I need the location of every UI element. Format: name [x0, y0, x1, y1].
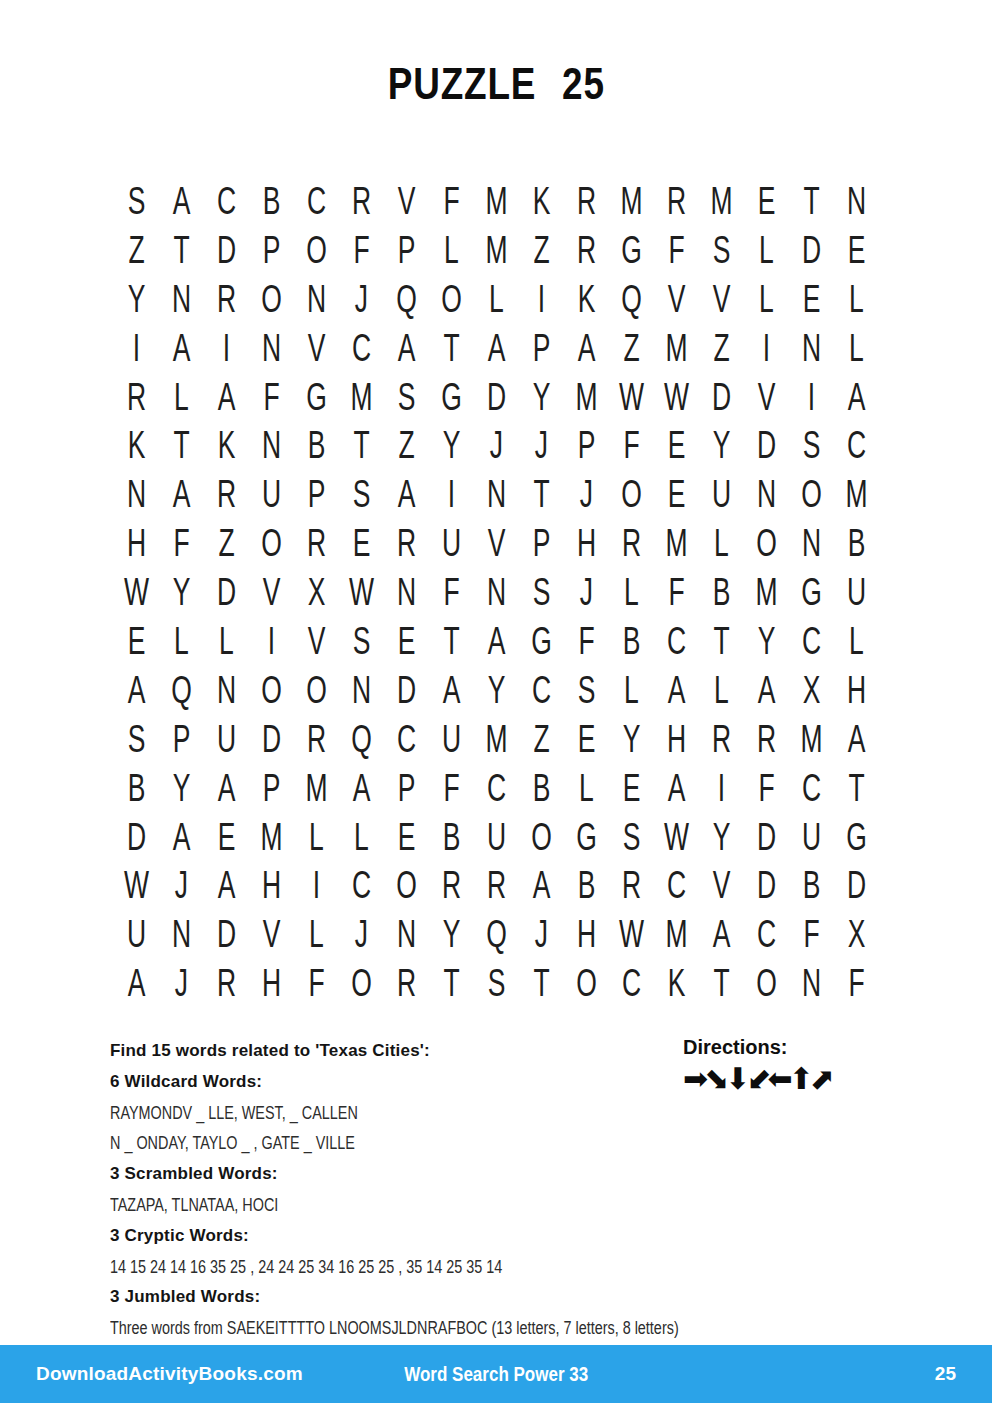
grid-cell-r7c7: A: [391, 469, 422, 518]
grid-cell-r1c2: A: [166, 176, 197, 225]
grid-cell-r7c13: E: [661, 469, 692, 518]
grid-cell-r17c9: S: [481, 958, 512, 1007]
grid-cell-r4c13: M: [661, 323, 692, 372]
grid-cell-r10c17: L: [841, 616, 872, 665]
grid-cell-r11c11: S: [571, 665, 602, 714]
grid-cell-r1c15: E: [751, 176, 782, 225]
arrow-down-right-icon: ⬊: [704, 1061, 725, 1096]
grid-cell-r16c7: N: [391, 909, 422, 958]
grid-cell-r2c15: L: [751, 225, 782, 274]
grid-cell-r14c9: U: [481, 812, 512, 861]
grid-cell-r12c17: A: [841, 714, 872, 763]
grid-cell-r13c10: B: [526, 763, 557, 812]
grid-cell-r5c7: S: [391, 372, 422, 421]
grid-cell-r7c11: J: [571, 469, 602, 518]
grid-cell-r3c12: Q: [616, 274, 647, 323]
grid-cell-r12c11: E: [571, 714, 602, 763]
grid-cell-r14c15: D: [751, 812, 782, 861]
grid-cell-r6c8: Y: [436, 420, 467, 469]
grid-cell-r4c12: Z: [616, 323, 647, 372]
grid-cell-r14c11: G: [571, 812, 602, 861]
grid-cell-r3c6: J: [346, 274, 377, 323]
grid-cell-r3c9: L: [481, 274, 512, 323]
grid-cell-r15c12: R: [616, 860, 647, 909]
grid-cell-r15c11: B: [571, 860, 602, 909]
grid-cell-r2c12: G: [616, 225, 647, 274]
grid-cell-r2c2: T: [166, 225, 197, 274]
grid-cell-r6c17: C: [841, 420, 872, 469]
grid-cell-r14c17: G: [841, 812, 872, 861]
grid-cell-r9c13: F: [661, 567, 692, 616]
grid-cell-r7c5: P: [301, 469, 332, 518]
grid-cell-r14c7: E: [391, 812, 422, 861]
grid-cell-r6c1: K: [121, 420, 152, 469]
grid-cell-r15c13: C: [661, 860, 692, 909]
grid-cell-r11c1: A: [121, 665, 152, 714]
grid-cell-r8c11: H: [571, 518, 602, 567]
grid-cell-r10c10: G: [526, 616, 557, 665]
grid-cell-r4c11: A: [571, 323, 602, 372]
grid-cell-r3c14: V: [706, 274, 737, 323]
grid-cell-r9c12: L: [616, 567, 647, 616]
grid-cell-r12c16: M: [796, 714, 827, 763]
grid-cell-r6c14: Y: [706, 420, 737, 469]
grid-cell-r14c10: O: [526, 812, 557, 861]
grid-cell-r13c6: A: [346, 763, 377, 812]
grid-cell-r13c2: Y: [166, 763, 197, 812]
grid-cell-r6c10: J: [526, 420, 557, 469]
grid-cell-r2c10: Z: [526, 225, 557, 274]
grid-cell-r6c13: E: [661, 420, 692, 469]
grid-cell-r5c1: R: [121, 372, 152, 421]
grid-cell-r13c3: A: [211, 763, 242, 812]
grid-cell-r13c7: P: [391, 763, 422, 812]
grid-cell-r5c8: G: [436, 372, 467, 421]
grid-cell-r5c16: I: [796, 372, 827, 421]
grid-cell-r3c13: V: [661, 274, 692, 323]
grid-cell-r13c14: I: [706, 763, 737, 812]
grid-cell-r11c7: D: [391, 665, 422, 714]
grid-cell-r14c16: U: [796, 812, 827, 861]
grid-cell-r3c3: R: [211, 274, 242, 323]
grid-cell-r12c3: U: [211, 714, 242, 763]
page-title: PUZZLE 25: [0, 58, 992, 110]
grid-cell-r16c17: X: [841, 909, 872, 958]
grid-cell-r1c9: M: [481, 176, 512, 225]
grid-cell-r11c17: H: [841, 665, 872, 714]
grid-cell-r17c3: R: [211, 958, 242, 1007]
grid-cell-r8c3: Z: [211, 518, 242, 567]
grid-cell-r9c1: W: [121, 567, 152, 616]
grid-cell-r9c15: M: [751, 567, 782, 616]
grid-cell-r17c16: N: [796, 958, 827, 1007]
find-instruction: Find 15 words related to 'Texas Cities':: [110, 1036, 670, 1067]
grid-cell-r17c8: T: [436, 958, 467, 1007]
grid-cell-r17c11: O: [571, 958, 602, 1007]
grid-cell-r5c11: M: [571, 372, 602, 421]
grid-cell-r8c8: U: [436, 518, 467, 567]
grid-cell-r12c1: S: [121, 714, 152, 763]
grid-cell-r13c5: M: [301, 763, 332, 812]
grid-cell-r14c8: B: [436, 812, 467, 861]
grid-cell-r6c7: Z: [391, 420, 422, 469]
grid-cell-r7c17: M: [841, 469, 872, 518]
footer-book-title-wrap: Word Search Power 33: [0, 1363, 992, 1386]
grid-cell-r5c2: L: [166, 372, 197, 421]
arrow-up-icon: ⬆: [789, 1061, 810, 1096]
grid-cell-r10c4: I: [256, 616, 287, 665]
grid-cell-r16c13: M: [661, 909, 692, 958]
grid-cell-r1c3: C: [211, 176, 242, 225]
grid-cell-r2c9: M: [481, 225, 512, 274]
grid-cell-r9c14: B: [706, 567, 737, 616]
grid-cell-r14c4: M: [256, 812, 287, 861]
arrow-down-left-icon: ⬋: [746, 1061, 767, 1096]
grid-cell-r7c1: N: [121, 469, 152, 518]
grid-cell-r9c10: S: [526, 567, 557, 616]
grid-cell-r2c5: O: [301, 225, 332, 274]
grid-cell-r11c4: O: [256, 665, 287, 714]
grid-cell-r17c10: T: [526, 958, 557, 1007]
grid-cell-r10c5: V: [301, 616, 332, 665]
footer-book-title: Word Search Power 33: [404, 1363, 588, 1386]
grid-cell-r16c9: Q: [481, 909, 512, 958]
grid-cell-r16c4: V: [256, 909, 287, 958]
grid-cell-r9c7: N: [391, 567, 422, 616]
grid-cell-r2c8: L: [436, 225, 467, 274]
grid-cell-r7c2: A: [166, 469, 197, 518]
grid-cell-r4c1: I: [121, 323, 152, 372]
grid-cell-r14c6: L: [346, 812, 377, 861]
grid-cell-r6c4: N: [256, 420, 287, 469]
grid-cell-r7c4: U: [256, 469, 287, 518]
clues-panel: Find 15 words related to 'Texas Cities':…: [110, 1036, 670, 1344]
grid-cell-r15c6: C: [346, 860, 377, 909]
grid-cell-r12c4: D: [256, 714, 287, 763]
arrow-down-icon: ⬇: [725, 1061, 746, 1096]
grid-cell-r14c13: W: [661, 812, 692, 861]
grid-cell-r14c2: A: [166, 812, 197, 861]
grid-cell-r11c16: X: [796, 665, 827, 714]
directions-panel: Directions: ➡⬊⬇⬋⬅⬆⬈: [683, 1036, 963, 1096]
grid-cell-r11c12: L: [616, 665, 647, 714]
grid-cell-r6c5: B: [301, 420, 332, 469]
grid-cell-r9c6: W: [346, 567, 377, 616]
grid-cell-r11c8: A: [436, 665, 467, 714]
grid-cell-r5c9: D: [481, 372, 512, 421]
grid-cell-r10c3: L: [211, 616, 242, 665]
grid-cell-r2c13: F: [661, 225, 692, 274]
grid-cell-r3c11: K: [571, 274, 602, 323]
grid-cell-r17c15: O: [751, 958, 782, 1007]
grid-cell-r2c14: S: [706, 225, 737, 274]
grid-cell-r4c5: V: [301, 323, 332, 372]
grid-cell-r6c11: P: [571, 420, 602, 469]
grid-cell-r2c17: E: [841, 225, 872, 274]
grid-cell-r7c14: U: [706, 469, 737, 518]
grid-cell-r6c16: S: [796, 420, 827, 469]
grid-cell-r7c10: T: [526, 469, 557, 518]
grid-cell-r9c4: V: [256, 567, 287, 616]
grid-cell-r17c17: F: [841, 958, 872, 1007]
grid-cell-r15c3: A: [211, 860, 242, 909]
grid-cell-r1c13: R: [661, 176, 692, 225]
grid-cell-r17c2: J: [166, 958, 197, 1007]
scrambled-words-heading: 3 Scrambled Words:: [110, 1159, 670, 1190]
grid-cell-r2c6: F: [346, 225, 377, 274]
grid-cell-r16c6: J: [346, 909, 377, 958]
grid-cell-r16c10: J: [526, 909, 557, 958]
grid-cell-r10c11: F: [571, 616, 602, 665]
grid-cell-r17c1: A: [121, 958, 152, 1007]
grid-cell-r17c5: F: [301, 958, 332, 1007]
grid-cell-r1c17: N: [841, 176, 872, 225]
grid-cell-r5c14: D: [706, 372, 737, 421]
grid-cell-r15c10: A: [526, 860, 557, 909]
grid-cell-r4c4: N: [256, 323, 287, 372]
grid-cell-r3c8: O: [436, 274, 467, 323]
grid-cell-r4c10: P: [526, 323, 557, 372]
grid-cell-r7c8: I: [436, 469, 467, 518]
grid-cell-r1c6: R: [346, 176, 377, 225]
grid-cell-r17c13: K: [661, 958, 692, 1007]
grid-cell-r13c12: E: [616, 763, 647, 812]
grid-cell-r7c16: O: [796, 469, 827, 518]
grid-cell-r1c14: M: [706, 176, 737, 225]
arrow-left-icon: ⬅: [768, 1061, 789, 1096]
grid-cell-r11c9: Y: [481, 665, 512, 714]
grid-cell-r1c10: K: [526, 176, 557, 225]
grid-cell-r15c7: O: [391, 860, 422, 909]
grid-cell-r15c8: R: [436, 860, 467, 909]
grid-cell-r3c15: L: [751, 274, 782, 323]
grid-cell-r8c9: V: [481, 518, 512, 567]
grid-cell-r9c5: X: [301, 567, 332, 616]
cryptic-words-line: 14 15 24 14 16 35 25 , 24 24 25 34 16 25…: [110, 1252, 670, 1283]
arrow-up-right-icon: ⬈: [810, 1061, 831, 1096]
grid-cell-r15c17: D: [841, 860, 872, 909]
grid-cell-r8c12: R: [616, 518, 647, 567]
grid-cell-r12c8: U: [436, 714, 467, 763]
grid-cell-r12c13: H: [661, 714, 692, 763]
grid-cell-r5c17: A: [841, 372, 872, 421]
grid-cell-r15c9: R: [481, 860, 512, 909]
grid-cell-r9c17: U: [841, 567, 872, 616]
grid-cell-r1c16: T: [796, 176, 827, 225]
scrambled-words-line-text: TAZAPA, TLNATAA, HOCI: [110, 1190, 278, 1221]
footer-page-number: 25: [935, 1363, 956, 1385]
grid-cell-r8c2: F: [166, 518, 197, 567]
grid-cell-r16c12: W: [616, 909, 647, 958]
grid-cell-r8c13: M: [661, 518, 692, 567]
grid-cell-r17c12: C: [616, 958, 647, 1007]
grid-cell-r10c8: T: [436, 616, 467, 665]
grid-cell-r10c13: C: [661, 616, 692, 665]
grid-cell-r5c4: F: [256, 372, 287, 421]
grid-cell-r12c15: R: [751, 714, 782, 763]
grid-cell-r11c2: Q: [166, 665, 197, 714]
grid-cell-r4c17: L: [841, 323, 872, 372]
grid-cell-r16c16: F: [796, 909, 827, 958]
grid-cell-r11c13: A: [661, 665, 692, 714]
grid-cell-r13c17: T: [841, 763, 872, 812]
grid-cell-r11c15: A: [751, 665, 782, 714]
grid-cell-r17c4: H: [256, 958, 287, 1007]
jumbled-words-line-text: Three words from SAEKEITTTTO LNOOMSJLDNR…: [110, 1313, 679, 1344]
grid-cell-r9c8: F: [436, 567, 467, 616]
grid-cell-r13c15: F: [751, 763, 782, 812]
grid-cell-r8c15: O: [751, 518, 782, 567]
grid-cell-r14c3: E: [211, 812, 242, 861]
grid-cell-r13c4: P: [256, 763, 287, 812]
grid-cell-r16c3: D: [211, 909, 242, 958]
grid-cell-r3c10: I: [526, 274, 557, 323]
grid-cell-r15c14: V: [706, 860, 737, 909]
grid-cell-r1c11: R: [571, 176, 602, 225]
scrambled-words-line: TAZAPA, TLNATAA, HOCI: [110, 1190, 670, 1221]
arrow-right-icon: ➡: [683, 1061, 704, 1096]
grid-cell-r3c1: Y: [121, 274, 152, 323]
grid-cell-r7c12: O: [616, 469, 647, 518]
grid-cell-r6c15: D: [751, 420, 782, 469]
grid-cell-r8c7: R: [391, 518, 422, 567]
wildcard-words-line-1: RAYMONDV _ LLE, WEST, _ CALLEN: [110, 1098, 670, 1129]
grid-cell-r7c15: N: [751, 469, 782, 518]
grid-cell-r9c16: G: [796, 567, 827, 616]
grid-cell-r8c4: O: [256, 518, 287, 567]
grid-cell-r10c12: B: [616, 616, 647, 665]
wildcard-words-heading: 6 Wildcard Words:: [110, 1067, 670, 1098]
grid-cell-r10c1: E: [121, 616, 152, 665]
grid-cell-r12c9: M: [481, 714, 512, 763]
grid-cell-r7c6: S: [346, 469, 377, 518]
grid-cell-r16c11: H: [571, 909, 602, 958]
grid-cell-r8c14: L: [706, 518, 737, 567]
grid-cell-r8c17: B: [841, 518, 872, 567]
grid-cell-r7c3: R: [211, 469, 242, 518]
grid-cell-r5c10: Y: [526, 372, 557, 421]
grid-cell-r2c7: P: [391, 225, 422, 274]
grid-cell-r9c2: Y: [166, 567, 197, 616]
jumbled-words-line: Three words from SAEKEITTTTO LNOOMSJLDNR…: [110, 1313, 670, 1344]
grid-cell-r15c2: J: [166, 860, 197, 909]
grid-cell-r3c16: E: [796, 274, 827, 323]
grid-cell-r4c7: A: [391, 323, 422, 372]
grid-cell-r17c7: R: [391, 958, 422, 1007]
grid-cell-r4c8: T: [436, 323, 467, 372]
grid-cell-r12c7: C: [391, 714, 422, 763]
grid-cell-r10c6: S: [346, 616, 377, 665]
grid-cell-r16c2: N: [166, 909, 197, 958]
grid-cell-r3c17: L: [841, 274, 872, 323]
grid-cell-r8c6: E: [346, 518, 377, 567]
grid-cell-r16c1: U: [121, 909, 152, 958]
grid-cell-r13c13: A: [661, 763, 692, 812]
grid-cell-r6c9: J: [481, 420, 512, 469]
wildcard-words-line-2: N _ ONDAY, TAYLO _ , GATE _ VILLE: [110, 1128, 670, 1159]
grid-cell-r4c6: C: [346, 323, 377, 372]
puzzle-page: PUZZLE 25 SACBCRVFMKRMRMETNZTDPOFPLMZRGF…: [0, 0, 992, 1403]
grid-cell-r10c7: E: [391, 616, 422, 665]
grid-cell-r11c10: C: [526, 665, 557, 714]
grid-cell-r6c3: K: [211, 420, 242, 469]
grid-cell-r15c15: D: [751, 860, 782, 909]
wildcard-words-line-2-text: N _ ONDAY, TAYLO _ , GATE _ VILLE: [110, 1128, 355, 1159]
grid-cell-r15c5: I: [301, 860, 332, 909]
grid-cell-r6c2: T: [166, 420, 197, 469]
grid-cell-r13c11: L: [571, 763, 602, 812]
grid-cell-r11c6: N: [346, 665, 377, 714]
grid-cell-r5c5: G: [301, 372, 332, 421]
grid-cell-r1c1: S: [121, 176, 152, 225]
grid-cell-r14c1: D: [121, 812, 152, 861]
grid-cell-r8c5: R: [301, 518, 332, 567]
grid-cell-r4c3: I: [211, 323, 242, 372]
grid-cell-r14c5: L: [301, 812, 332, 861]
grid-cell-r5c15: V: [751, 372, 782, 421]
grid-cell-r10c16: C: [796, 616, 827, 665]
grid-cell-r16c5: L: [301, 909, 332, 958]
grid-cell-r16c8: Y: [436, 909, 467, 958]
grid-cell-r13c1: B: [121, 763, 152, 812]
grid-cell-r8c10: P: [526, 518, 557, 567]
grid-cell-r1c8: F: [436, 176, 467, 225]
jumbled-words-heading: 3 Jumbled Words:: [110, 1282, 670, 1313]
grid-cell-r9c3: D: [211, 567, 242, 616]
grid-cell-r2c1: Z: [121, 225, 152, 274]
grid-cell-r15c4: H: [256, 860, 287, 909]
grid-cell-r8c1: H: [121, 518, 152, 567]
grid-cell-r2c11: R: [571, 225, 602, 274]
grid-cell-r6c12: F: [616, 420, 647, 469]
grid-cell-r6c6: T: [346, 420, 377, 469]
grid-cell-r13c16: C: [796, 763, 827, 812]
grid-cell-r12c10: Z: [526, 714, 557, 763]
grid-cell-r14c14: Y: [706, 812, 737, 861]
grid-cell-r16c15: C: [751, 909, 782, 958]
grid-cell-r7c9: N: [481, 469, 512, 518]
grid-cell-r15c1: W: [121, 860, 152, 909]
grid-cell-r12c5: R: [301, 714, 332, 763]
grid-cell-r16c14: A: [706, 909, 737, 958]
word-search-grid: SACBCRVFMKRMRMETNZTDPOFPLMZRGFSLDEYNRONJ…: [114, 176, 879, 1007]
grid-cell-r1c4: B: [256, 176, 287, 225]
grid-cell-r1c5: C: [301, 176, 332, 225]
grid-cell-r11c5: O: [301, 665, 332, 714]
grid-cell-r10c2: L: [166, 616, 197, 665]
grid-cell-r10c9: A: [481, 616, 512, 665]
page-title-text: PUZZLE 25: [388, 58, 605, 110]
wildcard-words-line-1-text: RAYMONDV _ LLE, WEST, _ CALLEN: [110, 1098, 358, 1129]
grid-cell-r10c14: T: [706, 616, 737, 665]
grid-cell-r3c4: O: [256, 274, 287, 323]
grid-cell-r17c14: T: [706, 958, 737, 1007]
grid-cell-r5c12: W: [616, 372, 647, 421]
grid-cell-r9c11: J: [571, 567, 602, 616]
directions-arrows: ➡⬊⬇⬋⬅⬆⬈: [683, 1061, 963, 1096]
grid-cell-r15c16: B: [796, 860, 827, 909]
grid-cell-r4c2: A: [166, 323, 197, 372]
grid-cell-r4c15: I: [751, 323, 782, 372]
grid-cell-r9c9: N: [481, 567, 512, 616]
grid-cell-r14c12: S: [616, 812, 647, 861]
grid-cell-r11c3: N: [211, 665, 242, 714]
grid-cell-r3c5: N: [301, 274, 332, 323]
grid-cell-r17c6: O: [346, 958, 377, 1007]
grid-cell-r11c14: L: [706, 665, 737, 714]
grid-cell-r13c9: C: [481, 763, 512, 812]
grid-cell-r12c2: P: [166, 714, 197, 763]
